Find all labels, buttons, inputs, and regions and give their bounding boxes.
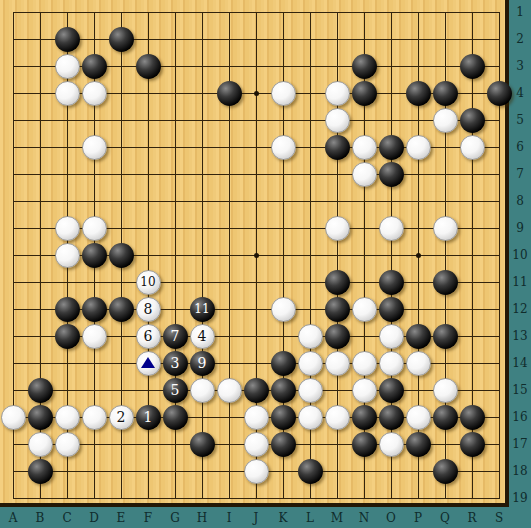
white-stone-L13[interactable] [298, 324, 323, 349]
black-stone-R5[interactable] [460, 108, 485, 133]
move-number-10: 10 [140, 276, 155, 288]
col-label-N: N [359, 511, 370, 525]
white-stone-C3[interactable] [55, 54, 80, 79]
grid-line-horizontal [13, 498, 500, 499]
white-stone-J17[interactable] [244, 432, 269, 457]
white-stone-P6[interactable] [406, 135, 431, 160]
black-stone-D10[interactable] [82, 243, 107, 268]
col-label-H: H [197, 511, 207, 525]
black-stone-H14[interactable]: 9 [190, 351, 215, 376]
white-stone-E16[interactable]: 2 [109, 405, 134, 430]
white-stone-M14[interactable] [325, 351, 350, 376]
col-label-F: F [144, 511, 152, 525]
move-number-11: 11 [194, 303, 209, 315]
star-point [254, 253, 259, 258]
row-label-1: 1 [516, 5, 524, 19]
black-stone-C2[interactable] [55, 27, 80, 52]
black-stone-M12[interactable] [325, 297, 350, 322]
white-stone-O13[interactable] [379, 324, 404, 349]
white-stone-C17[interactable] [55, 432, 80, 457]
black-stone-Q13[interactable] [433, 324, 458, 349]
black-stone-P4[interactable] [406, 81, 431, 106]
row-label-15: 15 [512, 383, 527, 397]
row-label-16: 16 [512, 410, 527, 424]
black-stone-S4[interactable] [487, 81, 512, 106]
grid-line-horizontal [13, 282, 500, 283]
col-label-B: B [36, 511, 45, 525]
black-stone-B16[interactable] [28, 405, 53, 430]
white-stone-N6[interactable] [352, 135, 377, 160]
white-stone-O9[interactable] [379, 216, 404, 241]
black-stone-R16[interactable] [460, 405, 485, 430]
black-stone-O16[interactable] [379, 405, 404, 430]
move-number-8: 8 [144, 302, 153, 316]
white-stone-H15[interactable] [190, 378, 215, 403]
black-stone-C13[interactable] [55, 324, 80, 349]
black-stone-D3[interactable] [82, 54, 107, 79]
white-stone-D13[interactable] [82, 324, 107, 349]
row-label-3: 3 [516, 59, 524, 73]
col-label-E: E [117, 511, 126, 525]
black-stone-O11[interactable] [379, 270, 404, 295]
row-label-9: 9 [516, 221, 524, 235]
black-stone-B15[interactable] [28, 378, 53, 403]
black-stone-K14[interactable] [271, 351, 296, 376]
black-stone-O15[interactable] [379, 378, 404, 403]
white-stone-A16[interactable] [1, 405, 26, 430]
white-stone-F12[interactable]: 8 [136, 297, 161, 322]
move-number-4: 4 [198, 329, 207, 343]
white-stone-Q9[interactable] [433, 216, 458, 241]
white-stone-M16[interactable] [325, 405, 350, 430]
black-stone-E2[interactable] [109, 27, 134, 52]
white-stone-F14[interactable] [136, 351, 161, 376]
black-stone-P17[interactable] [406, 432, 431, 457]
white-stone-D9[interactable] [82, 216, 107, 241]
white-stone-L15[interactable] [298, 378, 323, 403]
white-stone-F13[interactable]: 6 [136, 324, 161, 349]
col-label-R: R [467, 511, 476, 525]
black-stone-D12[interactable] [82, 297, 107, 322]
black-stone-Q16[interactable] [433, 405, 458, 430]
black-stone-M13[interactable] [325, 324, 350, 349]
row-label-6: 6 [516, 140, 524, 154]
black-stone-K16[interactable] [271, 405, 296, 430]
black-stone-C12[interactable] [55, 297, 80, 322]
white-stone-K12[interactable] [271, 297, 296, 322]
black-stone-Q4[interactable] [433, 81, 458, 106]
move-number-2: 2 [117, 410, 126, 424]
white-stone-H13[interactable]: 4 [190, 324, 215, 349]
black-stone-K17[interactable] [271, 432, 296, 457]
white-stone-N14[interactable] [352, 351, 377, 376]
black-stone-O12[interactable] [379, 297, 404, 322]
row-label-17: 17 [512, 437, 527, 451]
go-board[interactable]: 1081167439521ABCDEFGHIJKLMNOPQRS12345678… [0, 0, 531, 528]
row-label-10: 10 [512, 248, 527, 262]
star-point [416, 253, 421, 258]
white-stone-J18[interactable] [244, 459, 269, 484]
move-number-1: 1 [144, 410, 153, 424]
row-label-13: 13 [512, 329, 527, 343]
white-stone-R6[interactable] [460, 135, 485, 160]
col-label-D: D [89, 511, 99, 525]
col-label-S: S [495, 511, 503, 525]
row-label-12: 12 [512, 302, 527, 316]
col-label-O: O [386, 511, 396, 525]
row-label-2: 2 [516, 32, 524, 46]
white-stone-D16[interactable] [82, 405, 107, 430]
row-label-19: 19 [512, 491, 527, 505]
row-label-5: 5 [516, 113, 524, 127]
black-stone-H12[interactable]: 11 [190, 297, 215, 322]
white-stone-I15[interactable] [217, 378, 242, 403]
white-stone-Q15[interactable] [433, 378, 458, 403]
row-label-7: 7 [516, 167, 524, 181]
row-label-4: 4 [516, 86, 524, 100]
black-stone-G16[interactable] [163, 405, 188, 430]
white-stone-C10[interactable] [55, 243, 80, 268]
col-label-C: C [62, 511, 71, 525]
black-stone-N4[interactable] [352, 81, 377, 106]
white-stone-O17[interactable] [379, 432, 404, 457]
black-stone-G15[interactable]: 5 [163, 378, 188, 403]
white-stone-Q5[interactable] [433, 108, 458, 133]
black-stone-E10[interactable] [109, 243, 134, 268]
white-stone-N7[interactable] [352, 162, 377, 187]
col-label-G: G [170, 511, 180, 525]
white-stone-D4[interactable] [82, 81, 107, 106]
black-stone-B18[interactable] [28, 459, 53, 484]
black-stone-R17[interactable] [460, 432, 485, 457]
white-stone-C16[interactable] [55, 405, 80, 430]
black-stone-R3[interactable] [460, 54, 485, 79]
black-stone-G13[interactable]: 7 [163, 324, 188, 349]
move-number-5: 5 [171, 383, 180, 397]
black-stone-I4[interactable] [217, 81, 242, 106]
white-stone-L16[interactable] [298, 405, 323, 430]
black-stone-O7[interactable] [379, 162, 404, 187]
black-stone-Q11[interactable] [433, 270, 458, 295]
white-stone-M4[interactable] [325, 81, 350, 106]
black-stone-J15[interactable] [244, 378, 269, 403]
black-stone-P13[interactable] [406, 324, 431, 349]
black-stone-K15[interactable] [271, 378, 296, 403]
black-stone-H17[interactable] [190, 432, 215, 457]
row-label-14: 14 [512, 356, 527, 370]
white-stone-M9[interactable] [325, 216, 350, 241]
white-stone-C4[interactable] [55, 81, 80, 106]
row-label-11: 11 [512, 275, 527, 289]
white-stone-P14[interactable] [406, 351, 431, 376]
move-number-9: 9 [198, 356, 207, 370]
white-stone-K6[interactable] [271, 135, 296, 160]
white-stone-J16[interactable] [244, 405, 269, 430]
col-label-I: I [227, 511, 232, 525]
white-stone-N15[interactable] [352, 378, 377, 403]
white-stone-N12[interactable] [352, 297, 377, 322]
row-label-8: 8 [516, 194, 524, 208]
col-label-L: L [306, 511, 314, 525]
black-stone-L18[interactable] [298, 459, 323, 484]
white-stone-P16[interactable] [406, 405, 431, 430]
white-stone-O14[interactable] [379, 351, 404, 376]
black-stone-E12[interactable] [109, 297, 134, 322]
black-stone-N17[interactable] [352, 432, 377, 457]
black-stone-N3[interactable] [352, 54, 377, 79]
black-stone-F3[interactable] [136, 54, 161, 79]
col-label-Q: Q [440, 511, 450, 525]
white-stone-D6[interactable] [82, 135, 107, 160]
white-stone-B17[interactable] [28, 432, 53, 457]
col-label-P: P [414, 511, 422, 525]
star-point [254, 91, 259, 96]
triangle-marker [141, 357, 155, 368]
col-label-K: K [279, 511, 288, 525]
black-stone-M6[interactable] [325, 135, 350, 160]
black-stone-Q18[interactable] [433, 459, 458, 484]
row-label-18: 18 [512, 464, 527, 478]
col-label-J: J [254, 511, 259, 525]
black-stone-M11[interactable] [325, 270, 350, 295]
white-stone-M5[interactable] [325, 108, 350, 133]
col-label-M: M [331, 511, 343, 525]
white-stone-L14[interactable] [298, 351, 323, 376]
black-stone-N16[interactable] [352, 405, 377, 430]
white-stone-K4[interactable] [271, 81, 296, 106]
black-stone-G14[interactable]: 3 [163, 351, 188, 376]
white-stone-C9[interactable] [55, 216, 80, 241]
black-stone-F16[interactable]: 1 [136, 405, 161, 430]
white-stone-F11[interactable]: 10 [136, 270, 161, 295]
black-stone-O6[interactable] [379, 135, 404, 160]
move-number-6: 6 [144, 329, 153, 343]
move-number-3: 3 [171, 356, 180, 370]
col-label-A: A [9, 511, 18, 525]
move-number-7: 7 [171, 329, 180, 343]
